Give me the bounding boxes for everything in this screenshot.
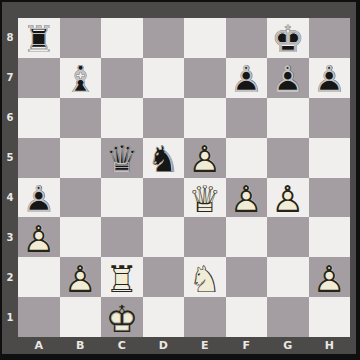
black-king-detail: ♔ — [271, 21, 304, 58]
square-d2[interactable] — [143, 257, 185, 297]
square-g4[interactable]: ♟♙ — [267, 178, 309, 218]
square-h6[interactable] — [309, 98, 351, 138]
square-f8[interactable] — [226, 18, 268, 58]
square-f1[interactable] — [226, 297, 268, 337]
white-pawn-detail: ♙ — [230, 181, 263, 218]
file-label-h: H — [309, 337, 351, 354]
square-e1[interactable] — [184, 297, 226, 337]
square-a1[interactable] — [18, 297, 60, 337]
white-pawn-detail: ♙ — [64, 261, 97, 298]
square-g7[interactable]: ♟♙ — [267, 58, 309, 98]
white-pawn-detail: ♙ — [188, 141, 221, 178]
file-label-g: G — [267, 337, 309, 354]
white-pawn[interactable]: ♟♙ — [188, 141, 221, 178]
white-knight-detail: ♘ — [188, 261, 221, 298]
file-label-e: E — [184, 337, 226, 354]
white-pawn-detail: ♙ — [313, 261, 346, 298]
square-h5[interactable] — [309, 138, 351, 178]
square-a5[interactable] — [18, 138, 60, 178]
square-h7[interactable]: ♟♙ — [309, 58, 351, 98]
square-f5[interactable] — [226, 138, 268, 178]
square-h8[interactable] — [309, 18, 351, 58]
chess-board: ♜♖♚♔♝♗♟♙♟♙♟♙♛♕♞♘♟♙♟♙♛♕♟♙♟♙♟♙♟♙♜♖♞♘♟♙♚♔ — [18, 18, 350, 337]
square-c7[interactable] — [101, 58, 143, 98]
white-king-detail: ♔ — [105, 301, 138, 338]
file-label-d: D — [143, 337, 185, 354]
square-g8[interactable]: ♚♔ — [267, 18, 309, 58]
rank-label-5: 5 — [2, 138, 18, 178]
file-label-b: B — [60, 337, 102, 354]
black-bishop[interactable]: ♝♗ — [64, 61, 97, 98]
black-pawn-detail: ♙ — [230, 61, 263, 98]
white-queen[interactable]: ♛♕ — [188, 181, 221, 218]
file-label-f: F — [226, 337, 268, 354]
square-d1[interactable] — [143, 297, 185, 337]
square-b6[interactable] — [60, 98, 102, 138]
file-label-c: C — [101, 337, 143, 354]
black-pawn[interactable]: ♟♙ — [313, 61, 346, 98]
square-b4[interactable] — [60, 178, 102, 218]
square-d3[interactable] — [143, 217, 185, 257]
square-a7[interactable] — [18, 58, 60, 98]
rank-label-4: 4 — [2, 178, 18, 218]
white-pawn[interactable]: ♟♙ — [64, 261, 97, 298]
black-pawn[interactable]: ♟♙ — [230, 61, 263, 98]
file-label-a: A — [18, 337, 60, 354]
square-c2[interactable]: ♜♖ — [101, 257, 143, 297]
square-g5[interactable] — [267, 138, 309, 178]
black-knight[interactable]: ♞♘ — [147, 141, 180, 178]
square-d5[interactable]: ♞♘ — [143, 138, 185, 178]
white-queen-detail: ♕ — [188, 181, 221, 218]
white-king[interactable]: ♚♔ — [105, 301, 138, 338]
square-b8[interactable] — [60, 18, 102, 58]
square-e2[interactable]: ♞♘ — [184, 257, 226, 297]
white-pawn-detail: ♙ — [22, 221, 55, 258]
square-f6[interactable] — [226, 98, 268, 138]
black-pawn-detail: ♙ — [22, 181, 55, 218]
square-h3[interactable] — [309, 217, 351, 257]
square-h2[interactable]: ♟♙ — [309, 257, 351, 297]
square-d6[interactable] — [143, 98, 185, 138]
square-h4[interactable] — [309, 178, 351, 218]
square-e4[interactable]: ♛♕ — [184, 178, 226, 218]
square-e6[interactable] — [184, 98, 226, 138]
square-d4[interactable] — [143, 178, 185, 218]
square-a8[interactable]: ♜♖ — [18, 18, 60, 58]
black-pawn-detail: ♙ — [313, 61, 346, 98]
square-c6[interactable] — [101, 98, 143, 138]
rank-label-6: 6 — [2, 98, 18, 138]
square-g6[interactable] — [267, 98, 309, 138]
white-rook[interactable]: ♜♖ — [105, 261, 138, 298]
white-pawn-detail: ♙ — [271, 181, 304, 218]
black-king[interactable]: ♚♔ — [271, 21, 304, 58]
board-frame: ♜♖♚♔♝♗♟♙♟♙♟♙♛♕♞♘♟♙♟♙♛♕♟♙♟♙♟♙♟♙♜♖♞♘♟♙♚♔ 8… — [0, 0, 360, 360]
square-c1[interactable]: ♚♔ — [101, 297, 143, 337]
black-pawn-detail: ♙ — [271, 61, 304, 98]
square-c5[interactable]: ♛♕ — [101, 138, 143, 178]
square-b5[interactable] — [60, 138, 102, 178]
square-f7[interactable]: ♟♙ — [226, 58, 268, 98]
black-queen[interactable]: ♛♕ — [105, 141, 138, 178]
square-e7[interactable] — [184, 58, 226, 98]
square-d7[interactable] — [143, 58, 185, 98]
white-pawn[interactable]: ♟♙ — [230, 181, 263, 218]
square-b3[interactable] — [60, 217, 102, 257]
black-pawn[interactable]: ♟♙ — [22, 181, 55, 218]
white-pawn[interactable]: ♟♙ — [313, 261, 346, 298]
black-queen-detail: ♕ — [105, 141, 138, 178]
rank-label-2: 2 — [2, 257, 18, 297]
square-h1[interactable] — [309, 297, 351, 337]
square-e8[interactable] — [184, 18, 226, 58]
square-f3[interactable] — [226, 217, 268, 257]
square-f4[interactable]: ♟♙ — [226, 178, 268, 218]
rank-label-3: 3 — [2, 217, 18, 257]
square-b1[interactable] — [60, 297, 102, 337]
square-f2[interactable] — [226, 257, 268, 297]
square-a3[interactable]: ♟♙ — [18, 217, 60, 257]
rank-label-7: 7 — [2, 58, 18, 98]
rank-label-8: 8 — [2, 18, 18, 58]
square-g1[interactable] — [267, 297, 309, 337]
rank-label-1: 1 — [2, 297, 18, 337]
square-e5[interactable]: ♟♙ — [184, 138, 226, 178]
black-rook[interactable]: ♜♖ — [22, 21, 55, 58]
black-pawn[interactable]: ♟♙ — [271, 61, 304, 98]
square-c8[interactable] — [101, 18, 143, 58]
square-c4[interactable] — [101, 178, 143, 218]
white-pawn[interactable]: ♟♙ — [22, 221, 55, 258]
square-g2[interactable] — [267, 257, 309, 297]
black-rook-detail: ♖ — [22, 21, 55, 58]
square-a2[interactable] — [18, 257, 60, 297]
square-a4[interactable]: ♟♙ — [18, 178, 60, 218]
square-c3[interactable] — [101, 217, 143, 257]
square-d8[interactable] — [143, 18, 185, 58]
square-g3[interactable] — [267, 217, 309, 257]
square-b7[interactable]: ♝♗ — [60, 58, 102, 98]
black-knight-detail: ♘ — [147, 141, 180, 178]
white-pawn[interactable]: ♟♙ — [271, 181, 304, 218]
black-bishop-detail: ♗ — [64, 61, 97, 98]
square-b2[interactable]: ♟♙ — [60, 257, 102, 297]
white-rook-detail: ♖ — [105, 261, 138, 298]
square-a6[interactable] — [18, 98, 60, 138]
white-knight[interactable]: ♞♘ — [188, 261, 221, 298]
square-e3[interactable] — [184, 217, 226, 257]
